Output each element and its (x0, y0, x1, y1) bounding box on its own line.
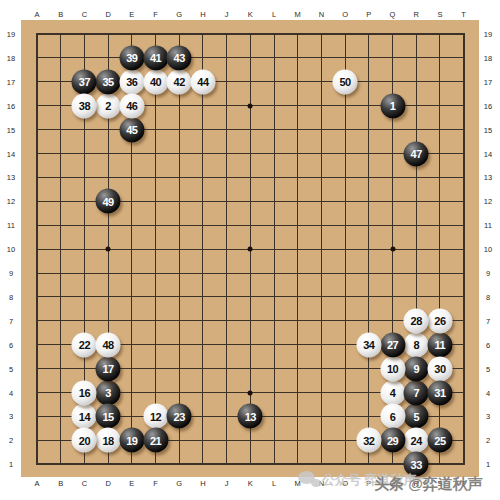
coord-label-top: T (461, 10, 466, 19)
coord-label-bottom: H (200, 479, 205, 488)
stone-white-18: 18 (96, 428, 121, 453)
stone-number: 28 (411, 315, 422, 327)
coord-label-left: 14 (7, 149, 15, 158)
wechat-bubble-icon-small (311, 479, 321, 487)
coord-label-right: 15 (484, 125, 492, 134)
stone-number: 15 (102, 410, 113, 422)
stone-black-13: 13 (238, 404, 263, 429)
go-diagram-page: AABBCCDDEEFFGGHHJJKKLLMMNNOOPPQQRRSSTT19… (0, 0, 500, 500)
stone-number: 12 (150, 410, 161, 422)
coord-label-bottom: B (58, 479, 63, 488)
stone-number: 22 (79, 339, 90, 351)
coord-label-left: 3 (9, 412, 13, 421)
stone-white-24: 24 (404, 428, 429, 453)
stone-white-30: 30 (427, 356, 452, 381)
stone-number: 34 (363, 339, 374, 351)
coord-label-right: 16 (484, 101, 492, 110)
stone-white-50: 50 (333, 69, 358, 94)
coord-label-top: G (176, 10, 182, 19)
stone-white-36: 36 (119, 69, 144, 94)
coord-label-right: 13 (484, 173, 492, 182)
stone-number: 10 (387, 363, 398, 375)
stone-black-37: 37 (72, 69, 97, 94)
stone-number: 36 (126, 76, 137, 88)
stone-number: 9 (413, 363, 419, 375)
stone-white-44: 44 (190, 69, 215, 94)
coord-label-left: 18 (7, 53, 15, 62)
stone-number: 37 (79, 76, 90, 88)
coord-label-right: 2 (486, 436, 490, 445)
stone-number: 45 (126, 124, 137, 136)
coord-label-right: 8 (486, 292, 490, 301)
stone-number: 27 (387, 339, 398, 351)
stone-number: 13 (245, 410, 256, 422)
stone-number: 5 (413, 410, 419, 422)
coord-label-right: 1 (486, 460, 490, 469)
stone-white-4: 4 (380, 380, 405, 405)
stone-white-10: 10 (380, 356, 405, 381)
stone-black-5: 5 (404, 404, 429, 429)
coord-label-left: 13 (7, 173, 15, 182)
stone-black-47: 47 (404, 141, 429, 166)
coord-label-bottom: J (225, 479, 229, 488)
coord-label-right: 4 (486, 388, 490, 397)
stone-number: 33 (411, 458, 422, 470)
coord-label-top: E (129, 10, 134, 19)
star-point (248, 247, 253, 252)
stone-number: 42 (174, 76, 185, 88)
stone-white-8: 8 (404, 332, 429, 357)
stone-black-45: 45 (119, 117, 144, 142)
coord-label-left: 19 (7, 30, 15, 39)
stone-white-20: 20 (72, 428, 97, 453)
coord-label-bottom: F (153, 479, 158, 488)
coord-label-left: 16 (7, 101, 15, 110)
coord-label-top: D (105, 10, 110, 19)
coord-label-bottom: A (34, 479, 39, 488)
stone-black-29: 29 (380, 428, 405, 453)
stone-white-26: 26 (427, 308, 452, 333)
coord-label-left: 15 (7, 125, 15, 134)
stone-white-2: 2 (96, 93, 121, 118)
coord-label-top: F (153, 10, 158, 19)
stone-number: 41 (150, 52, 161, 64)
stone-number: 23 (174, 410, 185, 422)
coord-label-right: 3 (486, 412, 490, 421)
coord-label-top: H (200, 10, 205, 19)
stone-number: 44 (197, 76, 208, 88)
stone-black-1: 1 (380, 93, 405, 118)
stone-black-35: 35 (96, 69, 121, 94)
stone-white-16: 16 (72, 380, 97, 405)
coord-label-right: 5 (486, 364, 490, 373)
stone-number: 43 (174, 52, 185, 64)
stone-white-42: 42 (167, 69, 192, 94)
stone-white-46: 46 (119, 93, 144, 118)
coord-label-left: 4 (9, 388, 13, 397)
coord-label-right: 19 (484, 30, 492, 39)
stone-number: 26 (434, 315, 445, 327)
coord-label-left: 7 (9, 316, 13, 325)
stone-black-27: 27 (380, 332, 405, 357)
coord-label-right: 17 (484, 77, 492, 86)
coord-label-bottom: E (129, 479, 134, 488)
stone-number: 38 (79, 100, 90, 112)
stone-number: 3 (105, 387, 111, 399)
star-point (106, 247, 111, 252)
coord-label-top: P (366, 10, 371, 19)
stone-number: 6 (390, 410, 396, 422)
stone-number: 20 (79, 434, 90, 446)
coord-label-top: B (58, 10, 63, 19)
stone-number: 40 (150, 76, 161, 88)
coord-label-top: M (295, 10, 301, 19)
coord-label-right: 9 (486, 269, 490, 278)
coord-label-right: 11 (484, 221, 492, 230)
stone-number: 50 (339, 76, 350, 88)
coord-label-bottom: K (248, 479, 253, 488)
star-point (248, 390, 253, 395)
coord-label-right: 10 (484, 245, 492, 254)
stone-white-32: 32 (356, 428, 381, 453)
coord-label-top: R (413, 10, 418, 19)
coord-label-right: 6 (486, 340, 490, 349)
stone-number: 31 (434, 387, 445, 399)
stone-white-22: 22 (72, 332, 97, 357)
coord-label-left: 8 (9, 292, 13, 301)
stone-number: 48 (102, 339, 113, 351)
coord-label-top: Q (390, 10, 396, 19)
stone-number: 46 (126, 100, 137, 112)
stone-white-34: 34 (356, 332, 381, 357)
coord-label-top: J (225, 10, 229, 19)
stone-black-11: 11 (427, 332, 452, 357)
coord-label-left: 10 (7, 245, 15, 254)
stone-number: 4 (390, 387, 396, 399)
coord-label-bottom: D (105, 479, 110, 488)
coord-label-left: 2 (9, 436, 13, 445)
stone-white-14: 14 (72, 404, 97, 429)
coord-label-left: 5 (9, 364, 13, 373)
stone-number: 39 (126, 52, 137, 64)
stone-number: 49 (102, 195, 113, 207)
stone-white-12: 12 (143, 404, 168, 429)
coord-label-top: S (437, 10, 442, 19)
stone-white-28: 28 (404, 308, 429, 333)
coord-label-left: 12 (7, 197, 15, 206)
stone-black-25: 25 (427, 428, 452, 453)
stone-black-17: 17 (96, 356, 121, 381)
coord-label-left: 9 (9, 269, 13, 278)
stone-number: 14 (79, 410, 90, 422)
coord-label-right: 12 (484, 197, 492, 206)
coord-label-bottom: C (82, 479, 87, 488)
stone-number: 25 (434, 434, 445, 446)
stone-number: 7 (413, 387, 419, 399)
star-point (390, 247, 395, 252)
stone-black-15: 15 (96, 404, 121, 429)
stone-black-9: 9 (404, 356, 429, 381)
stone-black-21: 21 (143, 428, 168, 453)
stone-number: 17 (102, 363, 113, 375)
stone-number: 29 (387, 434, 398, 446)
stone-number: 24 (411, 434, 422, 446)
stone-black-23: 23 (167, 404, 192, 429)
stone-number: 21 (150, 434, 161, 446)
star-point (248, 103, 253, 108)
stone-black-41: 41 (143, 45, 168, 70)
stone-black-43: 43 (167, 45, 192, 70)
stone-number: 19 (126, 434, 137, 446)
stone-number: 11 (435, 339, 446, 351)
coord-label-top: K (248, 10, 253, 19)
stone-white-40: 40 (143, 69, 168, 94)
coord-label-left: 6 (9, 340, 13, 349)
stone-number: 18 (102, 434, 113, 446)
coord-label-bottom: G (176, 479, 182, 488)
coord-label-right: 18 (484, 53, 492, 62)
stone-white-6: 6 (380, 404, 405, 429)
stone-black-19: 19 (119, 428, 144, 453)
stone-number: 1 (390, 100, 396, 112)
stone-number: 32 (363, 434, 374, 446)
stone-number: 47 (411, 148, 422, 160)
stone-white-38: 38 (72, 93, 97, 118)
stone-black-39: 39 (119, 45, 144, 70)
coord-label-top: O (342, 10, 348, 19)
coord-label-right: 7 (486, 316, 490, 325)
coord-label-left: 11 (7, 221, 15, 230)
stone-black-7: 7 (404, 380, 429, 405)
coord-label-top: A (34, 10, 39, 19)
stone-number: 35 (102, 76, 113, 88)
coord-label-right: 14 (484, 149, 492, 158)
stone-black-31: 31 (427, 380, 452, 405)
watermark-dark: 头条 @弈道秋声 (374, 475, 483, 494)
stone-number: 30 (434, 363, 445, 375)
stone-black-49: 49 (96, 189, 121, 214)
coord-label-top: N (319, 10, 324, 19)
coord-label-top: L (272, 10, 276, 19)
stone-number: 8 (413, 339, 419, 351)
coord-label-top: C (82, 10, 87, 19)
stone-number: 2 (105, 100, 111, 112)
stone-white-48: 48 (96, 332, 121, 357)
coord-label-left: 17 (7, 77, 15, 86)
coord-label-left: 1 (9, 460, 13, 469)
stone-black-3: 3 (96, 380, 121, 405)
coord-label-bottom: L (272, 479, 276, 488)
stone-number: 16 (79, 387, 90, 399)
